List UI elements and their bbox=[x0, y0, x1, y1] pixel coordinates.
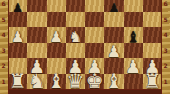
square-c5[interactable] bbox=[47, 12, 66, 28]
square-d4[interactable]: ♞ bbox=[66, 27, 85, 43]
square-a6[interactable]: ♟ bbox=[8, 0, 27, 12]
rank-label-left-5: 5 bbox=[0, 12, 7, 28]
white-knight[interactable]: ♞ bbox=[27, 71, 46, 91]
square-a1[interactable]: ♜ bbox=[8, 74, 27, 90]
square-h4[interactable] bbox=[143, 27, 162, 43]
square-e5[interactable] bbox=[85, 12, 104, 28]
board: ♟♟♟♟♞♝♟♟♟♟♟♟♜♞♝♛♚♝♜ bbox=[8, 0, 162, 89]
square-f6[interactable]: ♟ bbox=[104, 0, 123, 12]
white-rook[interactable]: ♜ bbox=[143, 71, 162, 91]
rank-labels-left: 654321 bbox=[0, 0, 9, 94]
square-h1[interactable]: ♜ bbox=[143, 74, 162, 90]
square-f1[interactable]: ♝ bbox=[104, 74, 123, 90]
rank-label-left-2: 2 bbox=[0, 58, 7, 74]
rank-label-right-3: 3 bbox=[162, 43, 169, 59]
square-b1[interactable]: ♞ bbox=[27, 74, 46, 90]
rank-label-right-1: 1 bbox=[162, 74, 169, 90]
rank-row-5 bbox=[8, 12, 162, 28]
square-g4[interactable]: ♝ bbox=[124, 27, 143, 43]
square-g6[interactable] bbox=[124, 0, 143, 12]
square-e4[interactable] bbox=[85, 27, 104, 43]
square-c1[interactable]: ♝ bbox=[47, 74, 66, 90]
rank-row-6: ♟♟ bbox=[8, 0, 162, 12]
square-b4[interactable] bbox=[27, 27, 46, 43]
white-king[interactable]: ♚ bbox=[85, 71, 104, 91]
rank-row-4: ♟♟♞♝ bbox=[8, 27, 162, 43]
square-h6[interactable] bbox=[143, 0, 162, 12]
chess-board-window: ♟♟♟♟♞♝♟♟♟♟♟♟♜♞♝♛♚♝♜ 654321 654321 bbox=[0, 0, 170, 94]
square-a3[interactable] bbox=[8, 43, 27, 59]
square-d5[interactable] bbox=[66, 12, 85, 28]
rank-label-right-6: 6 bbox=[162, 0, 169, 12]
square-c3[interactable] bbox=[47, 43, 66, 59]
square-f4[interactable] bbox=[104, 27, 123, 43]
square-g5[interactable] bbox=[124, 12, 143, 28]
rank-label-right-5: 5 bbox=[162, 12, 169, 28]
rank-labels-right: 654321 bbox=[161, 0, 170, 94]
square-f3[interactable]: ♟ bbox=[104, 43, 123, 59]
square-e1[interactable]: ♚ bbox=[85, 74, 104, 90]
square-d1[interactable]: ♛ bbox=[66, 74, 85, 90]
square-a5[interactable] bbox=[8, 12, 27, 28]
rank-row-1: ♜♞♝♛♚♝♜ bbox=[8, 74, 162, 90]
rank-label-left-6: 6 bbox=[0, 0, 7, 12]
square-a4[interactable]: ♟ bbox=[8, 27, 27, 43]
rank-label-right-4: 4 bbox=[162, 27, 169, 43]
rank-label-left-1: 1 bbox=[0, 74, 7, 90]
square-c6[interactable] bbox=[47, 0, 66, 12]
square-c4[interactable]: ♟ bbox=[47, 27, 66, 43]
square-d6[interactable] bbox=[66, 0, 85, 12]
square-b6[interactable] bbox=[27, 0, 46, 12]
rank-label-right-2: 2 bbox=[162, 58, 169, 74]
white-rook[interactable]: ♜ bbox=[8, 71, 27, 91]
square-g2[interactable]: ♟ bbox=[124, 58, 143, 74]
rank-label-left-4: 4 bbox=[0, 27, 7, 43]
white-bishop[interactable]: ♝ bbox=[104, 71, 123, 91]
white-queen[interactable]: ♛ bbox=[66, 71, 85, 91]
square-e6[interactable] bbox=[85, 0, 104, 12]
square-f5[interactable] bbox=[104, 12, 123, 28]
white-bishop[interactable]: ♝ bbox=[47, 71, 66, 91]
square-g1[interactable] bbox=[124, 74, 143, 90]
rank-label-left-3: 3 bbox=[0, 43, 7, 59]
square-b5[interactable] bbox=[27, 12, 46, 28]
square-h5[interactable] bbox=[143, 12, 162, 28]
